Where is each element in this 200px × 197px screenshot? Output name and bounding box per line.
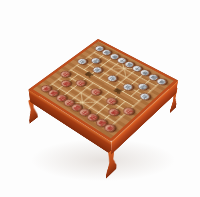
piece-red-cannon-r7f7[interactable]: 炮 — [106, 107, 121, 118]
piece-red-soldier-r6f4[interactable]: 兵 — [88, 87, 102, 97]
piece-black-soldier-r3f2[interactable]: 卒 — [90, 65, 104, 74]
piece-red-chariot-r9f0[interactable]: 車 — [39, 84, 53, 94]
piece-red-soldier-r6f6[interactable]: 兵 — [104, 96, 119, 106]
piece-black-soldier-r3f4[interactable]: 卒 — [105, 74, 119, 83]
piece-red-horse-r9f1[interactable]: 馬 — [46, 88, 60, 98]
river-label-han-jie: 漢界 — [106, 85, 113, 91]
piece-red-cannon-r7f1[interactable]: 炮 — [59, 79, 73, 89]
piece-red-elephant-r9f2[interactable]: 相 — [54, 93, 69, 103]
photo-background: 楚河 漢界 車馬象士將士象馬車砲砲卒卒卒卒卒兵兵兵兵兵炮炮車馬相仕帥仕相馬車 — [0, 0, 200, 197]
xiangqi-table: 楚河 漢界 車馬象士將士象馬車砲砲卒卒卒卒卒兵兵兵兵兵炮炮車馬相仕帥仕相馬車 — [29, 39, 178, 142]
xiangqi-board: 楚河 漢界 車馬象士將士象馬車砲砲卒卒卒卒卒兵兵兵兵兵炮炮車馬相仕帥仕相馬車 — [33, 41, 174, 138]
piece-red-advisor-r9f5[interactable]: 仕 — [77, 107, 92, 118]
piece-red-chariot-r9f8[interactable]: 車 — [102, 122, 117, 133]
piece-red-advisor-r9f3[interactable]: 仕 — [61, 97, 76, 107]
scene: 楚河 漢界 車馬象士將士象馬車砲砲卒卒卒卒卒兵兵兵兵兵炮炮車馬相仕帥仕相馬車 — [0, 0, 200, 197]
piece-red-general-r9f4[interactable]: 帥 — [69, 102, 84, 113]
piece-red-elephant-r9f6[interactable]: 相 — [85, 112, 100, 123]
piece-red-soldier-r6f0[interactable]: 兵 — [58, 70, 72, 79]
piece-black-soldier-r3f8[interactable]: 卒 — [137, 91, 151, 101]
piece-red-soldier-r6f2[interactable]: 兵 — [73, 78, 87, 88]
piece-red-soldier-r6f8[interactable]: 兵 — [121, 106, 136, 117]
piece-black-soldier-r3f6[interactable]: 卒 — [121, 82, 135, 92]
piece-black-soldier-r3f0[interactable]: 卒 — [75, 57, 88, 66]
piece-black-cannon-r2f7[interactable]: 砲 — [135, 82, 149, 92]
piece-red-horse-r9f7[interactable]: 馬 — [93, 117, 108, 128]
piece-black-cannon-r2f1[interactable]: 砲 — [89, 56, 102, 65]
